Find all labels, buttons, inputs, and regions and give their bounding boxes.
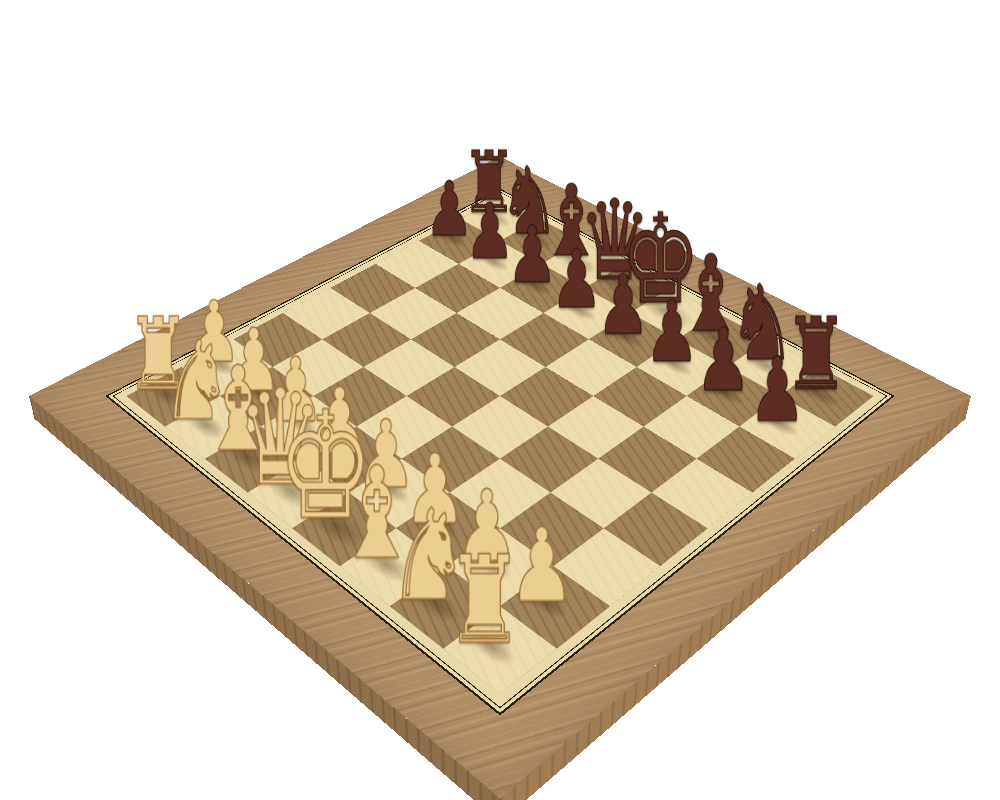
chess-board-grid: ♜♞♝♛♚♝♞♜♟♟♟♟♟♟♟♟♟♟♟♟♟♟♟♟♜♞♝♛♚♝♞♜ [127, 198, 874, 694]
inlay-pinstripe-outer: ♜♞♝♛♚♝♞♜♟♟♟♟♟♟♟♟♟♟♟♟♟♟♟♟♜♞♝♛♚♝♞♜ [105, 189, 894, 716]
square-h1[interactable]: ♜ [443, 606, 556, 694]
chess-scene: ♜♞♝♛♚♝♞♜♟♟♟♟♟♟♟♟♟♟♟♟♟♟♟♟♜♞♝♛♚♝♞♜ [0, 0, 1000, 800]
product-photo-stage: ♜♞♝♛♚♝♞♜♟♟♟♟♟♟♟♟♟♟♟♟♟♟♟♟♜♞♝♛♚♝♞♜ [0, 0, 1000, 800]
maple-border-margin: ♜♞♝♛♚♝♞♜♟♟♟♟♟♟♟♟♟♟♟♟♟♟♟♟♜♞♝♛♚♝♞♜ [114, 192, 886, 706]
chess-board: ♜♞♝♛♚♝♞♜♟♟♟♟♟♟♟♟♟♟♟♟♟♟♟♟♜♞♝♛♚♝♞♜ [29, 157, 971, 799]
black-pawn[interactable]: ♟ [703, 345, 852, 434]
walnut-frame: ♜♞♝♛♚♝♞♜♟♟♟♟♟♟♟♟♟♟♟♟♟♟♟♟♜♞♝♛♚♝♞♜ [29, 157, 971, 799]
inlay-pinstripe-inner: ♜♞♝♛♚♝♞♜♟♟♟♟♟♟♟♟♟♟♟♟♟♟♟♟♜♞♝♛♚♝♞♜ [113, 192, 888, 709]
white-rook[interactable]: ♜ [397, 539, 573, 660]
inlay-maple-gap: ♜♞♝♛♚♝♞♜♟♟♟♟♟♟♟♟♟♟♟♟♟♟♟♟♜♞♝♛♚♝♞♜ [108, 190, 891, 713]
